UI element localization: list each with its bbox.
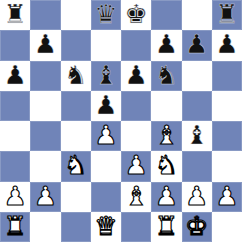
square-f6[interactable]: ♞ <box>151 61 181 91</box>
white-pawn[interactable]: ♟ <box>94 122 117 148</box>
square-e2[interactable]: ♝ <box>121 182 151 212</box>
square-d1[interactable]: ♛ <box>91 212 121 242</box>
white-pawn[interactable]: ♟ <box>124 152 147 178</box>
square-h8[interactable]: ♜ <box>212 0 242 30</box>
square-b7[interactable]: ♟ <box>30 30 60 60</box>
square-d8[interactable]: ♛ <box>91 0 121 30</box>
square-c7[interactable] <box>61 30 91 60</box>
square-f1[interactable]: ♜ <box>151 212 181 242</box>
black-pawn[interactable]: ♟ <box>3 62 26 88</box>
square-a3[interactable] <box>0 151 30 181</box>
square-d4[interactable]: ♟ <box>91 121 121 151</box>
square-a5[interactable] <box>0 91 30 121</box>
square-b4[interactable] <box>30 121 60 151</box>
square-e5[interactable] <box>121 91 151 121</box>
square-f8[interactable] <box>151 0 181 30</box>
white-pawn[interactable]: ♟ <box>215 183 238 209</box>
square-b8[interactable] <box>30 0 60 30</box>
square-f7[interactable]: ♟ <box>151 30 181 60</box>
black-bishop[interactable]: ♝ <box>185 122 208 148</box>
square-f3[interactable]: ♞ <box>151 151 181 181</box>
black-pawn[interactable]: ♟ <box>94 92 117 118</box>
black-knight[interactable]: ♞ <box>155 62 178 88</box>
square-d5[interactable]: ♟ <box>91 91 121 121</box>
square-f4[interactable]: ♝ <box>151 121 181 151</box>
square-c2[interactable] <box>61 182 91 212</box>
square-g1[interactable]: ♚ <box>182 212 212 242</box>
square-a6[interactable]: ♟ <box>0 61 30 91</box>
square-h4[interactable] <box>212 121 242 151</box>
square-b1[interactable] <box>30 212 60 242</box>
square-c6[interactable]: ♞ <box>61 61 91 91</box>
black-pawn[interactable]: ♟ <box>215 31 238 57</box>
black-king[interactable]: ♚ <box>124 1 147 27</box>
square-c3[interactable]: ♞ <box>61 151 91 181</box>
black-pawn[interactable]: ♟ <box>124 62 147 88</box>
black-bishop[interactable]: ♝ <box>94 62 117 88</box>
square-g6[interactable] <box>182 61 212 91</box>
square-a7[interactable] <box>0 30 30 60</box>
white-pawn[interactable]: ♟ <box>34 183 57 209</box>
square-a2[interactable]: ♟ <box>0 182 30 212</box>
square-e4[interactable] <box>121 121 151 151</box>
black-pawn[interactable]: ♟ <box>155 31 178 57</box>
square-g3[interactable] <box>182 151 212 181</box>
white-rook[interactable]: ♜ <box>3 213 26 239</box>
white-rook[interactable]: ♜ <box>155 213 178 239</box>
white-queen[interactable]: ♛ <box>94 213 117 239</box>
square-c5[interactable] <box>61 91 91 121</box>
square-e7[interactable] <box>121 30 151 60</box>
square-b5[interactable] <box>30 91 60 121</box>
square-d3[interactable] <box>91 151 121 181</box>
square-e3[interactable]: ♟ <box>121 151 151 181</box>
square-h6[interactable] <box>212 61 242 91</box>
square-a4[interactable] <box>0 121 30 151</box>
square-d7[interactable] <box>91 30 121 60</box>
square-e1[interactable] <box>121 212 151 242</box>
black-pawn[interactable]: ♟ <box>34 31 57 57</box>
square-g4[interactable]: ♝ <box>182 121 212 151</box>
square-f5[interactable] <box>151 91 181 121</box>
square-c1[interactable] <box>61 212 91 242</box>
white-pawn[interactable]: ♟ <box>3 183 26 209</box>
square-e6[interactable]: ♟ <box>121 61 151 91</box>
black-queen[interactable]: ♛ <box>94 1 117 27</box>
square-e8[interactable]: ♚ <box>121 0 151 30</box>
black-knight[interactable]: ♞ <box>64 62 87 88</box>
black-pawn[interactable]: ♟ <box>185 31 208 57</box>
white-pawn[interactable]: ♟ <box>155 183 178 209</box>
square-d6[interactable]: ♝ <box>91 61 121 91</box>
black-rook[interactable]: ♜ <box>215 1 238 27</box>
square-b6[interactable] <box>30 61 60 91</box>
square-h2[interactable]: ♟ <box>212 182 242 212</box>
square-g7[interactable]: ♟ <box>182 30 212 60</box>
square-f2[interactable]: ♟ <box>151 182 181 212</box>
square-d2[interactable] <box>91 182 121 212</box>
white-bishop[interactable]: ♝ <box>155 122 178 148</box>
square-h3[interactable] <box>212 151 242 181</box>
white-pawn[interactable]: ♟ <box>185 183 208 209</box>
square-a8[interactable]: ♜ <box>0 0 30 30</box>
black-rook[interactable]: ♜ <box>3 1 26 27</box>
square-g2[interactable]: ♟ <box>182 182 212 212</box>
white-king[interactable]: ♚ <box>185 213 208 239</box>
square-a1[interactable]: ♜ <box>0 212 30 242</box>
square-c4[interactable] <box>61 121 91 151</box>
square-h1[interactable] <box>212 212 242 242</box>
white-knight[interactable]: ♞ <box>155 152 178 178</box>
chess-board: ♜♛♚♜♟♟♟♟♟♞♝♟♞♟♟♝♝♞♟♞♟♟♝♟♟♟♜♛♜♚ <box>0 0 242 242</box>
chess-board-container: ♜♛♚♜♟♟♟♟♟♞♝♟♞♟♟♝♝♞♟♞♟♟♝♟♟♟♜♛♜♚ <box>0 0 242 242</box>
white-knight[interactable]: ♞ <box>64 152 87 178</box>
square-c8[interactable] <box>61 0 91 30</box>
square-b3[interactable] <box>30 151 60 181</box>
square-h7[interactable]: ♟ <box>212 30 242 60</box>
square-g5[interactable] <box>182 91 212 121</box>
white-bishop[interactable]: ♝ <box>124 183 147 209</box>
square-b2[interactable]: ♟ <box>30 182 60 212</box>
square-h5[interactable] <box>212 91 242 121</box>
square-g8[interactable] <box>182 0 212 30</box>
